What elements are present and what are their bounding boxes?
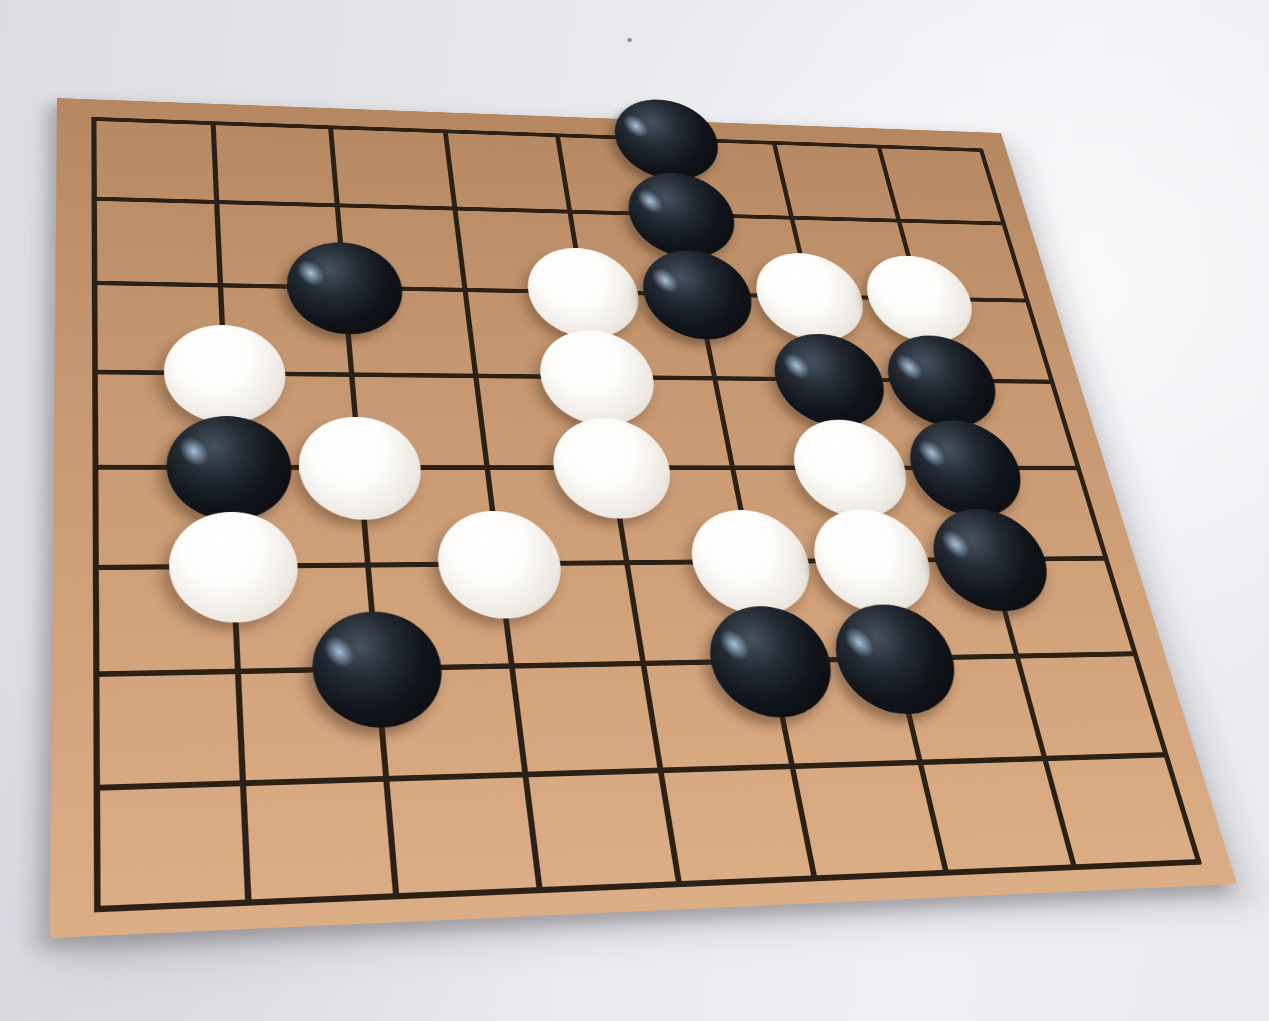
black-stone[interactable] bbox=[899, 420, 1032, 517]
black-stone[interactable] bbox=[622, 172, 743, 259]
black-stone[interactable] bbox=[308, 611, 447, 729]
white-stone[interactable] bbox=[295, 416, 425, 519]
white-stone[interactable] bbox=[168, 511, 301, 623]
white-stone[interactable] bbox=[163, 324, 289, 423]
white-stone[interactable] bbox=[804, 509, 941, 613]
black-stone[interactable] bbox=[766, 333, 895, 427]
black-stone[interactable] bbox=[284, 241, 407, 335]
black-stone[interactable] bbox=[878, 335, 1007, 427]
dust-speck bbox=[627, 38, 632, 42]
grid-line-horizontal bbox=[92, 197, 1006, 226]
black-stone[interactable] bbox=[165, 415, 294, 520]
black-stone[interactable] bbox=[825, 604, 966, 716]
black-stone[interactable] bbox=[701, 605, 842, 718]
black-stone[interactable] bbox=[922, 509, 1059, 612]
white-stone[interactable] bbox=[533, 330, 661, 426]
table-surface bbox=[0, 0, 1269, 1021]
board-grid[interactable] bbox=[93, 119, 1198, 909]
white-stone[interactable] bbox=[546, 418, 678, 519]
white-stone[interactable] bbox=[748, 252, 873, 342]
white-stone[interactable] bbox=[785, 419, 918, 517]
white-stone[interactable] bbox=[857, 255, 982, 344]
go-board bbox=[50, 98, 1237, 938]
grid-line-vertical bbox=[91, 118, 100, 912]
black-stone[interactable] bbox=[636, 250, 761, 341]
grid-line-horizontal bbox=[94, 859, 1201, 912]
grid-line-horizontal bbox=[93, 651, 1137, 677]
white-stone[interactable] bbox=[684, 510, 820, 616]
white-stone[interactable] bbox=[521, 247, 645, 339]
white-stone[interactable] bbox=[432, 510, 567, 619]
grid-line-horizontal bbox=[94, 752, 1169, 791]
black-stone[interactable] bbox=[608, 98, 726, 182]
grid-line-horizontal bbox=[91, 117, 983, 152]
